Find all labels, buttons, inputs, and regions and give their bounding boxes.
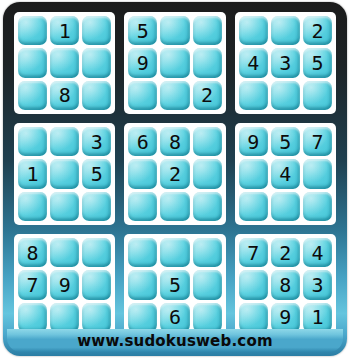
digit: 2 bbox=[201, 85, 213, 105]
cell-r1c5[interactable] bbox=[160, 16, 189, 45]
cell-r8c9[interactable]: 3 bbox=[303, 270, 332, 299]
cell-r1c9[interactable]: 2 bbox=[303, 16, 332, 45]
cell-r7c3[interactable] bbox=[82, 238, 111, 267]
digit: 9 bbox=[247, 132, 259, 152]
digit: 2 bbox=[311, 21, 323, 41]
digit: 1 bbox=[59, 21, 71, 41]
cell-r9c5[interactable]: 6 bbox=[160, 303, 189, 332]
cell-r3c6[interactable]: 2 bbox=[193, 81, 222, 110]
digit: 1 bbox=[27, 164, 39, 184]
cell-r1c1[interactable] bbox=[18, 16, 47, 45]
cell-r8c6[interactable] bbox=[193, 270, 222, 299]
cell-r9c9[interactable]: 1 bbox=[303, 303, 332, 332]
cell-r8c2[interactable]: 9 bbox=[50, 270, 79, 299]
cell-r9c2[interactable] bbox=[50, 303, 79, 332]
cell-r6c7[interactable] bbox=[239, 192, 268, 221]
cell-r3c1[interactable] bbox=[18, 81, 47, 110]
cell-r5c3[interactable]: 5 bbox=[82, 159, 111, 188]
cell-r2c3[interactable] bbox=[82, 48, 111, 77]
box-2-0: 879 bbox=[14, 234, 115, 336]
digit: 8 bbox=[59, 85, 71, 105]
digit: 5 bbox=[137, 21, 149, 41]
cell-r2c1[interactable] bbox=[18, 48, 47, 77]
digit: 6 bbox=[169, 307, 181, 327]
box-0-2: 2435 bbox=[235, 12, 336, 114]
cell-r5c2[interactable] bbox=[50, 159, 79, 188]
cell-r9c6[interactable] bbox=[193, 303, 222, 332]
cell-r6c2[interactable] bbox=[50, 192, 79, 221]
cell-r6c6[interactable] bbox=[193, 192, 222, 221]
cell-r3c2[interactable]: 8 bbox=[50, 81, 79, 110]
cell-r1c7[interactable] bbox=[239, 16, 268, 45]
cell-r9c3[interactable] bbox=[82, 303, 111, 332]
box-1-1: 682 bbox=[124, 123, 225, 225]
cell-r5c1[interactable]: 1 bbox=[18, 159, 47, 188]
cell-r8c7[interactable] bbox=[239, 270, 268, 299]
cell-r7c5[interactable] bbox=[160, 238, 189, 267]
cell-r5c7[interactable] bbox=[239, 159, 268, 188]
box-1-2: 9574 bbox=[235, 123, 336, 225]
cell-r3c4[interactable] bbox=[128, 81, 157, 110]
cell-r2c5[interactable] bbox=[160, 48, 189, 77]
cell-r8c3[interactable] bbox=[82, 270, 111, 299]
cell-r6c4[interactable] bbox=[128, 192, 157, 221]
digit: 7 bbox=[247, 243, 259, 263]
cell-r4c7[interactable]: 9 bbox=[239, 127, 268, 156]
box-1-0: 315 bbox=[14, 123, 115, 225]
cell-r2c2[interactable] bbox=[50, 48, 79, 77]
cell-r4c4[interactable]: 6 bbox=[128, 127, 157, 156]
cell-r1c8[interactable] bbox=[271, 16, 300, 45]
digit: 6 bbox=[137, 132, 149, 152]
digit: 4 bbox=[311, 243, 323, 263]
cell-r6c1[interactable] bbox=[18, 192, 47, 221]
box-0-0: 18 bbox=[14, 12, 115, 114]
cell-r1c4[interactable]: 5 bbox=[128, 16, 157, 45]
box-2-1: 56 bbox=[124, 234, 225, 336]
cell-r8c4[interactable] bbox=[128, 270, 157, 299]
cell-r9c8[interactable]: 9 bbox=[271, 303, 300, 332]
digit: 4 bbox=[247, 53, 259, 73]
cell-r5c8[interactable]: 4 bbox=[271, 159, 300, 188]
digit: 9 bbox=[279, 307, 291, 327]
sudoku-frame: 1859224353156829574879567248391 www.sudo… bbox=[3, 2, 347, 356]
sudoku-board: 1859224353156829574879567248391 bbox=[14, 12, 336, 336]
cell-r3c3[interactable] bbox=[82, 81, 111, 110]
cell-r6c5[interactable] bbox=[160, 192, 189, 221]
digit: 5 bbox=[279, 132, 291, 152]
box-0-1: 592 bbox=[124, 12, 225, 114]
cell-r7c4[interactable] bbox=[128, 238, 157, 267]
cell-r3c8[interactable] bbox=[271, 81, 300, 110]
cell-r4c3[interactable]: 3 bbox=[82, 127, 111, 156]
digit: 3 bbox=[311, 275, 323, 295]
cell-r1c3[interactable] bbox=[82, 16, 111, 45]
cell-r4c1[interactable] bbox=[18, 127, 47, 156]
digit: 5 bbox=[91, 164, 103, 184]
digit: 9 bbox=[59, 275, 71, 295]
cell-r2c9[interactable]: 5 bbox=[303, 48, 332, 77]
digit: 7 bbox=[311, 132, 323, 152]
cell-r7c1[interactable]: 8 bbox=[18, 238, 47, 267]
cell-r4c9[interactable]: 7 bbox=[303, 127, 332, 156]
digit: 3 bbox=[91, 132, 103, 152]
cell-r5c4[interactable] bbox=[128, 159, 157, 188]
cell-r6c9[interactable] bbox=[303, 192, 332, 221]
cell-r8c5[interactable]: 5 bbox=[160, 270, 189, 299]
cell-r4c2[interactable] bbox=[50, 127, 79, 156]
cell-r9c1[interactable] bbox=[18, 303, 47, 332]
cell-r7c2[interactable] bbox=[50, 238, 79, 267]
cell-r7c8[interactable]: 2 bbox=[271, 238, 300, 267]
cell-r1c2[interactable]: 1 bbox=[50, 16, 79, 45]
cell-r4c6[interactable] bbox=[193, 127, 222, 156]
site-url[interactable]: www.sudokusweb.com bbox=[77, 332, 272, 350]
cell-r8c8[interactable]: 8 bbox=[271, 270, 300, 299]
cell-r5c5[interactable]: 2 bbox=[160, 159, 189, 188]
cell-r7c7[interactable]: 7 bbox=[239, 238, 268, 267]
digit: 7 bbox=[27, 275, 39, 295]
digit: 2 bbox=[279, 243, 291, 263]
cell-r2c4[interactable]: 9 bbox=[128, 48, 157, 77]
cell-r2c6[interactable] bbox=[193, 48, 222, 77]
cell-r7c6[interactable] bbox=[193, 238, 222, 267]
cell-r1c6[interactable] bbox=[193, 16, 222, 45]
digit: 5 bbox=[311, 53, 323, 73]
cell-r4c8[interactable]: 5 bbox=[271, 127, 300, 156]
digit: 1 bbox=[311, 307, 323, 327]
cell-r5c6[interactable] bbox=[193, 159, 222, 188]
cell-r4c5[interactable]: 8 bbox=[160, 127, 189, 156]
digit: 4 bbox=[279, 164, 291, 184]
digit: 5 bbox=[169, 275, 181, 295]
digit: 8 bbox=[169, 132, 181, 152]
cell-r9c7[interactable] bbox=[239, 303, 268, 332]
footer-bar: www.sudokusweb.com bbox=[7, 329, 343, 352]
cell-r7c9[interactable]: 4 bbox=[303, 238, 332, 267]
digit: 3 bbox=[279, 53, 291, 73]
cell-r6c3[interactable] bbox=[82, 192, 111, 221]
cell-r3c9[interactable] bbox=[303, 81, 332, 110]
cell-r5c9[interactable] bbox=[303, 159, 332, 188]
cell-r8c1[interactable]: 7 bbox=[18, 270, 47, 299]
cell-r3c5[interactable] bbox=[160, 81, 189, 110]
digit: 8 bbox=[27, 243, 39, 263]
digit: 2 bbox=[169, 164, 181, 184]
cell-r3c7[interactable] bbox=[239, 81, 268, 110]
cell-r9c4[interactable] bbox=[128, 303, 157, 332]
digit: 9 bbox=[137, 53, 149, 73]
cell-r6c8[interactable] bbox=[271, 192, 300, 221]
cell-r2c8[interactable]: 3 bbox=[271, 48, 300, 77]
box-2-2: 7248391 bbox=[235, 234, 336, 336]
digit: 8 bbox=[279, 275, 291, 295]
cell-r2c7[interactable]: 4 bbox=[239, 48, 268, 77]
